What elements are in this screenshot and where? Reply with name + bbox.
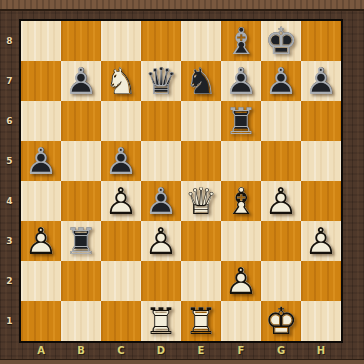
file-label-h: H [301,343,341,357]
white-bishop[interactable]: ♝♗ [221,181,261,221]
square-g6[interactable] [261,101,301,141]
file-label-e: E [181,343,221,357]
black-pawn[interactable]: ♟♙ [301,61,341,101]
black-pawn[interactable]: ♟♙ [221,61,261,101]
square-a8[interactable] [21,21,61,61]
frame-bevel-top [0,0,364,11]
black-pawn[interactable]: ♟♙ [61,61,101,101]
square-h1[interactable] [301,301,341,341]
square-d5[interactable] [141,141,181,181]
square-b8[interactable] [61,21,101,61]
rank-label-1: 1 [0,301,19,341]
white-rook[interactable]: ♜♖ [181,301,221,341]
square-e4[interactable]: ♛♕ [181,181,221,221]
rank-label-8: 8 [0,21,19,61]
square-d2[interactable] [141,261,181,301]
square-d1[interactable]: ♜♖ [141,301,181,341]
black-king[interactable]: ♚♔ [261,21,301,61]
file-label-g: G [261,343,301,357]
square-f4[interactable]: ♝♗ [221,181,261,221]
black-pawn[interactable]: ♟♙ [101,141,141,181]
square-d6[interactable] [141,101,181,141]
square-c5[interactable]: ♟♙ [101,141,141,181]
white-pawn[interactable]: ♟♙ [221,261,261,301]
square-f7[interactable]: ♟♙ [221,61,261,101]
square-h2[interactable] [301,261,341,301]
white-pawn[interactable]: ♟♙ [21,221,61,261]
square-c3[interactable] [101,221,141,261]
square-g3[interactable] [261,221,301,261]
square-b7[interactable]: ♟♙ [61,61,101,101]
black-bishop[interactable]: ♝♗ [221,21,261,61]
square-d3[interactable]: ♟♙ [141,221,181,261]
square-a6[interactable] [21,101,61,141]
board-frame: ♝♗♚♔♟♙♞♘♛♕♞♘♟♙♟♙♟♙♜♖♟♙♟♙♟♙♟♙♛♕♝♗♟♙♟♙♜♖♟♙… [0,0,364,364]
square-b3[interactable]: ♜♖ [61,221,101,261]
white-knight[interactable]: ♞♘ [101,61,141,101]
square-d4[interactable]: ♟♙ [141,181,181,221]
rank-label-6: 6 [0,101,19,141]
square-g2[interactable] [261,261,301,301]
square-d8[interactable] [141,21,181,61]
square-a2[interactable] [21,261,61,301]
square-f2[interactable]: ♟♙ [221,261,261,301]
black-pawn[interactable]: ♟♙ [21,141,61,181]
square-e8[interactable] [181,21,221,61]
square-e7[interactable]: ♞♘ [181,61,221,101]
black-queen[interactable]: ♛♕ [141,61,181,101]
chess-board[interactable]: ♝♗♚♔♟♙♞♘♛♕♞♘♟♙♟♙♟♙♜♖♟♙♟♙♟♙♟♙♛♕♝♗♟♙♟♙♜♖♟♙… [19,19,343,343]
square-d7[interactable]: ♛♕ [141,61,181,101]
square-b6[interactable] [61,101,101,141]
square-a5[interactable]: ♟♙ [21,141,61,181]
square-b2[interactable] [61,261,101,301]
square-c7[interactable]: ♞♘ [101,61,141,101]
square-a7[interactable] [21,61,61,101]
square-e5[interactable] [181,141,221,181]
square-e2[interactable] [181,261,221,301]
square-h4[interactable] [301,181,341,221]
rank-label-5: 5 [0,141,19,181]
square-h8[interactable] [301,21,341,61]
square-f5[interactable] [221,141,261,181]
square-a4[interactable] [21,181,61,221]
file-label-a: A [21,343,61,357]
square-g4[interactable]: ♟♙ [261,181,301,221]
square-h6[interactable] [301,101,341,141]
square-h5[interactable] [301,141,341,181]
square-f1[interactable] [221,301,261,341]
square-e6[interactable] [181,101,221,141]
white-pawn[interactable]: ♟♙ [301,221,341,261]
square-c2[interactable] [101,261,141,301]
square-g1[interactable]: ♚♔ [261,301,301,341]
square-b5[interactable] [61,141,101,181]
square-c8[interactable] [101,21,141,61]
square-c1[interactable] [101,301,141,341]
square-f8[interactable]: ♝♗ [221,21,261,61]
square-e1[interactable]: ♜♖ [181,301,221,341]
square-g5[interactable] [261,141,301,181]
square-g8[interactable]: ♚♔ [261,21,301,61]
white-pawn[interactable]: ♟♙ [101,181,141,221]
black-rook[interactable]: ♜♖ [221,101,261,141]
file-label-b: B [61,343,101,357]
square-a3[interactable]: ♟♙ [21,221,61,261]
square-b4[interactable] [61,181,101,221]
black-pawn[interactable]: ♟♙ [141,181,181,221]
file-label-d: D [141,343,181,357]
white-king[interactable]: ♚♔ [261,301,301,341]
square-e3[interactable] [181,221,221,261]
file-label-f: F [221,343,261,357]
white-queen[interactable]: ♛♕ [181,181,221,221]
square-f3[interactable] [221,221,261,261]
black-knight[interactable]: ♞♘ [181,61,221,101]
square-b1[interactable] [61,301,101,341]
rank-label-3: 3 [0,221,19,261]
white-rook[interactable]: ♜♖ [141,301,181,341]
square-h7[interactable]: ♟♙ [301,61,341,101]
square-h3[interactable]: ♟♙ [301,221,341,261]
square-a1[interactable] [21,301,61,341]
white-pawn[interactable]: ♟♙ [261,181,301,221]
rank-label-4: 4 [0,181,19,221]
square-c4[interactable]: ♟♙ [101,181,141,221]
square-f6[interactable]: ♜♖ [221,101,261,141]
file-label-c: C [101,343,141,357]
rank-label-7: 7 [0,61,19,101]
white-pawn[interactable]: ♟♙ [141,221,181,261]
square-c6[interactable] [101,101,141,141]
square-g7[interactable]: ♟♙ [261,61,301,101]
black-pawn[interactable]: ♟♙ [261,61,301,101]
black-rook[interactable]: ♜♖ [61,221,101,261]
frame-bevel-bottom [0,359,364,364]
rank-label-2: 2 [0,261,19,301]
